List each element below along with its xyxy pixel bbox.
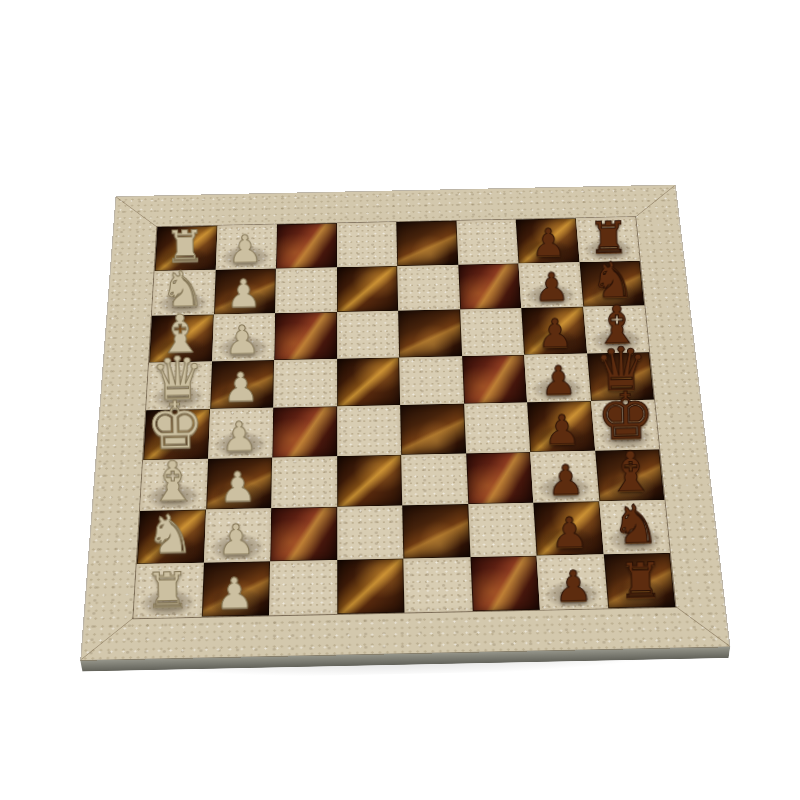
square-r5-c6[interactable]: ♟	[530, 450, 599, 502]
black-bishop[interactable]: ♝	[606, 446, 656, 499]
black-pawn[interactable]: ♟	[547, 460, 585, 500]
square-r5-c1[interactable]: ♟	[206, 457, 273, 509]
square-r1-c5[interactable]	[458, 263, 521, 309]
black-pawn[interactable]: ♟	[550, 512, 588, 553]
square-r6-c4[interactable]	[402, 504, 470, 558]
square-r1-c6[interactable]: ♟	[518, 262, 582, 308]
square-r7-c1[interactable]: ♟	[201, 561, 270, 617]
square-r7-c2[interactable]	[269, 560, 337, 616]
square-r4-c5[interactable]	[464, 402, 531, 453]
square-r0-c1[interactable]: ♟	[215, 224, 277, 269]
square-r2-c5[interactable]	[460, 308, 524, 356]
square-r1-c3[interactable]	[337, 266, 399, 312]
black-pawn[interactable]: ♟	[554, 566, 593, 607]
square-r2-c3[interactable]	[337, 311, 400, 359]
white-rook[interactable]: ♜	[145, 568, 190, 615]
white-pawn[interactable]: ♟	[215, 573, 254, 614]
white-king[interactable]: ♚	[145, 394, 205, 457]
frame-mitre-top-right	[634, 185, 675, 218]
square-r1-c4[interactable]	[397, 264, 459, 310]
photo-canvas: ♜♟♟♜♞♟♟♞♝♟♟♝♛♟♟♛♚♟♟♚♝♟♟♝♞♟♟♞♜♟♟♜	[0, 0, 800, 800]
square-r6-c0[interactable]: ♞	[137, 510, 206, 564]
white-knight[interactable]: ♞	[145, 509, 194, 561]
square-r6-c2[interactable]	[270, 507, 337, 561]
square-r2-c6[interactable]: ♟	[521, 307, 586, 355]
white-pawn[interactable]: ♟	[217, 519, 255, 560]
square-r3-c1[interactable]: ♟	[210, 360, 274, 409]
black-pawn[interactable]: ♟	[543, 410, 580, 449]
square-r7-c0[interactable]: ♜	[133, 562, 203, 618]
frame-mitre-top-left	[116, 197, 158, 228]
black-pawn[interactable]: ♟	[531, 224, 566, 261]
square-r4-c3[interactable]	[337, 405, 402, 456]
square-r2-c4[interactable]	[398, 309, 461, 357]
square-r3-c4[interactable]	[399, 356, 463, 405]
square-r0-c5[interactable]	[456, 219, 518, 264]
square-r7-c4[interactable]	[403, 557, 472, 613]
black-knight[interactable]: ♞	[611, 499, 660, 551]
square-r6-c1[interactable]: ♟	[203, 508, 271, 562]
square-r3-c6[interactable]: ♟	[524, 353, 590, 402]
square-r0-c6[interactable]: ♟	[516, 218, 579, 263]
white-pawn[interactable]: ♟	[221, 416, 258, 455]
white-pawn[interactable]: ♟	[228, 230, 263, 267]
square-r3-c2[interactable]	[273, 358, 336, 407]
white-pawn[interactable]: ♟	[224, 320, 260, 358]
black-pawn[interactable]: ♟	[537, 314, 573, 352]
black-pawn[interactable]: ♟	[540, 361, 577, 400]
square-r5-c5[interactable]	[466, 452, 534, 504]
square-r5-c2[interactable]	[271, 456, 337, 508]
square-r0-c4[interactable]	[396, 221, 458, 266]
frame-mitre-bottom-left	[81, 617, 135, 660]
square-r7-c3[interactable]	[337, 558, 405, 614]
black-rook[interactable]: ♜	[618, 558, 663, 605]
square-r5-c3[interactable]	[337, 454, 403, 506]
square-r2-c2[interactable]	[274, 312, 337, 360]
square-r1-c1[interactable]: ♟	[213, 268, 275, 314]
square-r1-c2[interactable]	[275, 267, 337, 313]
square-r0-c3[interactable]	[337, 222, 398, 267]
square-r6-c6[interactable]: ♟	[533, 501, 603, 555]
square-r7-c6[interactable]: ♟	[537, 554, 608, 610]
board-grid: ♜♟♟♜♞♟♟♞♝♟♟♝♛♟♟♛♚♟♟♚♝♟♟♝♞♟♟♞♜♟♟♜	[133, 217, 675, 618]
scene-tilt: ♜♟♟♜♞♟♟♞♝♟♟♝♛♟♟♛♚♟♟♚♝♟♟♝♞♟♟♞♜♟♟♜	[0, 0, 800, 800]
chessboard: ♜♟♟♜♞♟♟♞♝♟♟♝♛♟♟♛♚♟♟♚♝♟♟♝♞♟♟♞♜♟♟♜	[81, 185, 729, 660]
square-r3-c5[interactable]	[462, 354, 527, 403]
square-r7-c5[interactable]	[470, 555, 540, 611]
slab-edge	[80, 646, 730, 671]
black-king[interactable]: ♚	[596, 385, 656, 448]
frame-mitre-bottom-right	[674, 606, 729, 647]
white-bishop[interactable]: ♝	[147, 455, 197, 508]
square-r6-c5[interactable]	[468, 503, 537, 557]
square-r4-c1[interactable]: ♟	[208, 408, 273, 459]
square-r4-c6[interactable]: ♟	[527, 401, 595, 452]
square-r6-c3[interactable]	[337, 505, 404, 559]
white-pawn[interactable]: ♟	[219, 467, 257, 507]
square-r2-c1[interactable]: ♟	[212, 313, 275, 361]
square-r7-c7[interactable]: ♜	[603, 553, 675, 609]
square-r4-c2[interactable]	[272, 406, 336, 457]
board-perspective: ♜♟♟♜♞♟♟♞♝♟♟♝♛♟♟♛♚♟♟♚♝♟♟♝♞♟♟♞♜♟♟♜	[94, 99, 706, 711]
white-pawn[interactable]: ♟	[223, 368, 260, 407]
square-r0-c2[interactable]	[276, 223, 337, 268]
square-r6-c7[interactable]: ♞	[599, 500, 670, 554]
white-pawn[interactable]: ♟	[226, 275, 262, 313]
square-r4-c4[interactable]	[400, 404, 466, 455]
square-r5-c4[interactable]	[401, 453, 468, 505]
black-pawn[interactable]: ♟	[534, 268, 570, 306]
square-r3-c3[interactable]	[337, 357, 401, 406]
